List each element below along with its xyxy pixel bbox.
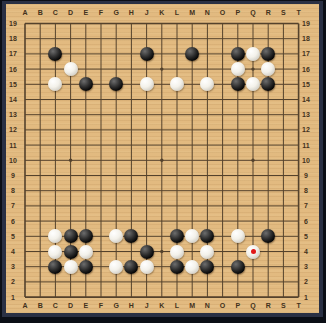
stone-black-R17 bbox=[261, 47, 275, 61]
row-label-right-1: 1 bbox=[300, 293, 312, 302]
column-label-top-K: K bbox=[156, 8, 168, 17]
column-label-bottom-R: R bbox=[262, 301, 274, 310]
column-label-bottom-F: F bbox=[95, 301, 107, 310]
column-label-bottom-Q: Q bbox=[247, 301, 259, 310]
row-label-right-17: 17 bbox=[300, 49, 312, 58]
stone-black-E3 bbox=[79, 260, 93, 274]
row-label-left-19: 19 bbox=[7, 19, 19, 28]
row-label-right-6: 6 bbox=[300, 217, 312, 226]
star-point-K16 bbox=[160, 67, 163, 70]
row-label-right-18: 18 bbox=[300, 34, 312, 43]
column-label-top-G: G bbox=[110, 8, 122, 17]
stone-white-Q17 bbox=[246, 47, 260, 61]
stone-black-P17 bbox=[231, 47, 245, 61]
stone-white-E4 bbox=[79, 245, 93, 259]
row-label-right-11: 11 bbox=[300, 141, 312, 150]
stone-black-E5 bbox=[79, 229, 93, 243]
star-point-Q10 bbox=[251, 159, 254, 162]
row-label-left-12: 12 bbox=[7, 125, 19, 134]
row-label-right-10: 10 bbox=[300, 156, 312, 165]
stone-black-E15 bbox=[79, 77, 93, 91]
go-board[interactable]: AABBCCDDEEFFGGHHJJKKLLMMNNOOPPQQRRSSTT19… bbox=[6, 4, 319, 313]
stone-white-D16 bbox=[64, 62, 78, 76]
stone-black-D5 bbox=[64, 229, 78, 243]
column-label-top-C: C bbox=[49, 8, 61, 17]
row-label-right-16: 16 bbox=[300, 65, 312, 74]
row-label-left-2: 2 bbox=[7, 277, 19, 286]
column-label-bottom-N: N bbox=[201, 301, 213, 310]
row-label-left-7: 7 bbox=[7, 201, 19, 210]
row-label-right-12: 12 bbox=[300, 125, 312, 134]
stone-white-J3 bbox=[140, 260, 154, 274]
star-point-K4 bbox=[160, 250, 163, 253]
stone-black-H3 bbox=[124, 260, 138, 274]
row-label-right-5: 5 bbox=[300, 232, 312, 241]
column-label-top-H: H bbox=[125, 8, 137, 17]
stone-white-J15 bbox=[140, 77, 154, 91]
row-label-left-3: 3 bbox=[7, 262, 19, 271]
column-label-bottom-H: H bbox=[125, 301, 137, 310]
column-label-bottom-B: B bbox=[34, 301, 46, 310]
column-label-top-M: M bbox=[186, 8, 198, 17]
row-label-right-9: 9 bbox=[300, 171, 312, 180]
column-label-top-E: E bbox=[80, 8, 92, 17]
row-label-left-9: 9 bbox=[7, 171, 19, 180]
column-label-top-J: J bbox=[141, 8, 153, 17]
row-label-left-5: 5 bbox=[7, 232, 19, 241]
row-label-left-13: 13 bbox=[7, 110, 19, 119]
column-label-bottom-E: E bbox=[80, 301, 92, 310]
column-label-bottom-J: J bbox=[141, 301, 153, 310]
column-label-top-P: P bbox=[232, 8, 244, 17]
stone-white-C4 bbox=[48, 245, 62, 259]
star-point-Q16 bbox=[251, 67, 254, 70]
column-label-bottom-L: L bbox=[171, 301, 183, 310]
row-label-right-19: 19 bbox=[300, 19, 312, 28]
row-label-left-6: 6 bbox=[7, 217, 19, 226]
stone-black-D4 bbox=[64, 245, 78, 259]
column-label-bottom-G: G bbox=[110, 301, 122, 310]
star-point-D10 bbox=[69, 159, 72, 162]
star-point-K10 bbox=[160, 159, 163, 162]
row-label-right-2: 2 bbox=[300, 277, 312, 286]
column-label-top-B: B bbox=[34, 8, 46, 17]
stone-white-P5 bbox=[231, 229, 245, 243]
column-label-bottom-S: S bbox=[277, 301, 289, 310]
column-label-top-Q: Q bbox=[247, 8, 259, 17]
column-label-bottom-M: M bbox=[186, 301, 198, 310]
row-label-right-14: 14 bbox=[300, 95, 312, 104]
column-label-top-L: L bbox=[171, 8, 183, 17]
row-label-right-15: 15 bbox=[300, 80, 312, 89]
column-label-bottom-T: T bbox=[293, 301, 305, 310]
stone-white-G3 bbox=[109, 260, 123, 274]
stone-black-J4 bbox=[140, 245, 154, 259]
row-label-left-8: 8 bbox=[7, 186, 19, 195]
row-label-left-15: 15 bbox=[7, 80, 19, 89]
row-label-right-4: 4 bbox=[300, 247, 312, 256]
column-label-top-R: R bbox=[262, 8, 274, 17]
row-label-left-4: 4 bbox=[7, 247, 19, 256]
last-move-marker bbox=[251, 249, 256, 254]
stone-black-J17 bbox=[140, 47, 154, 61]
column-label-top-T: T bbox=[293, 8, 305, 17]
stone-black-P3 bbox=[231, 260, 245, 274]
row-label-left-1: 1 bbox=[7, 293, 19, 302]
stone-white-L4 bbox=[170, 245, 184, 259]
stone-black-M17 bbox=[185, 47, 199, 61]
row-label-left-11: 11 bbox=[7, 141, 19, 150]
stone-black-P15 bbox=[231, 77, 245, 91]
stone-black-L3 bbox=[170, 260, 184, 274]
column-label-bottom-C: C bbox=[49, 301, 61, 310]
row-label-left-14: 14 bbox=[7, 95, 19, 104]
column-label-top-O: O bbox=[217, 8, 229, 17]
stone-white-D3 bbox=[64, 260, 78, 274]
column-label-bottom-K: K bbox=[156, 301, 168, 310]
row-label-left-10: 10 bbox=[7, 156, 19, 165]
row-label-left-16: 16 bbox=[7, 65, 19, 74]
column-label-top-S: S bbox=[277, 8, 289, 17]
column-label-bottom-A: A bbox=[19, 301, 31, 310]
stone-white-M3 bbox=[185, 260, 199, 274]
row-label-left-17: 17 bbox=[7, 49, 19, 58]
column-label-top-F: F bbox=[95, 8, 107, 17]
column-label-top-A: A bbox=[19, 8, 31, 17]
column-label-bottom-D: D bbox=[65, 301, 77, 310]
column-label-bottom-P: P bbox=[232, 301, 244, 310]
column-label-bottom-O: O bbox=[217, 301, 229, 310]
stone-white-N4 bbox=[200, 245, 214, 259]
stone-black-C3 bbox=[48, 260, 62, 274]
row-label-right-8: 8 bbox=[300, 186, 312, 195]
column-label-top-D: D bbox=[65, 8, 77, 17]
row-label-right-7: 7 bbox=[300, 201, 312, 210]
go-app-window: AABBCCDDEEFFGGHHJJKKLLMMNNOOPPQQRRSSTT19… bbox=[0, 0, 326, 323]
row-label-left-18: 18 bbox=[7, 34, 19, 43]
stone-black-N3 bbox=[200, 260, 214, 274]
column-label-top-N: N bbox=[201, 8, 213, 17]
stone-white-P16 bbox=[231, 62, 245, 76]
row-label-right-13: 13 bbox=[300, 110, 312, 119]
row-label-right-3: 3 bbox=[300, 262, 312, 271]
